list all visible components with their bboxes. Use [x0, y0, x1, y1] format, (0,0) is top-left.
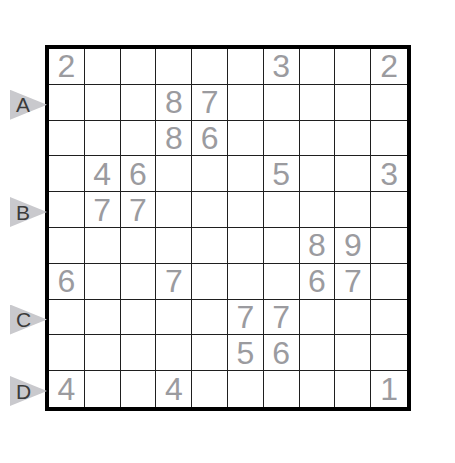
- row-marker-label: A: [16, 94, 30, 115]
- cell-r2c10[interactable]: [371, 85, 407, 121]
- clue-number: 8: [308, 229, 326, 261]
- cell-r6c2[interactable]: [85, 228, 121, 264]
- clue-number: 6: [308, 265, 326, 297]
- cell-r8c1[interactable]: [49, 300, 85, 336]
- cell-r5c4[interactable]: [156, 192, 192, 228]
- clue-number: 1: [380, 373, 398, 405]
- cell-r9c3[interactable]: [121, 335, 157, 371]
- clue-number: 7: [344, 265, 362, 297]
- cell-r1c10[interactable]: 2: [371, 49, 407, 85]
- cell-r1c1[interactable]: 2: [49, 49, 85, 85]
- cell-r7c4[interactable]: 7: [156, 264, 192, 300]
- puzzle-page: 23287864653778967677756441 ABCD: [0, 0, 455, 463]
- cell-r3c6[interactable]: [228, 121, 264, 157]
- cell-r5c7[interactable]: [264, 192, 300, 228]
- clue-number: 7: [201, 86, 219, 118]
- cell-r1c3[interactable]: [121, 49, 157, 85]
- cell-r2c5[interactable]: 7: [192, 85, 228, 121]
- cell-r9c4[interactable]: [156, 335, 192, 371]
- clue-number: 9: [344, 229, 362, 261]
- cell-r10c1[interactable]: 4: [49, 371, 85, 407]
- cell-r10c10[interactable]: 1: [371, 371, 407, 407]
- cell-r3c8[interactable]: [300, 121, 336, 157]
- clue-number: 7: [93, 194, 111, 226]
- cell-r6c4[interactable]: [156, 228, 192, 264]
- cell-r10c8[interactable]: [300, 371, 336, 407]
- cell-r7c3[interactable]: [121, 264, 157, 300]
- cell-r9c7[interactable]: 6: [264, 335, 300, 371]
- cell-r8c3[interactable]: [121, 300, 157, 336]
- cell-r10c3[interactable]: [121, 371, 157, 407]
- clue-number: 6: [201, 122, 219, 154]
- clue-number: 3: [380, 158, 398, 190]
- cell-r8c9[interactable]: [335, 300, 371, 336]
- cell-r6c10[interactable]: [371, 228, 407, 264]
- cell-r9c1[interactable]: [49, 335, 85, 371]
- clue-number: 2: [380, 50, 398, 82]
- cell-r3c9[interactable]: [335, 121, 371, 157]
- cell-r5c6[interactable]: [228, 192, 264, 228]
- cell-r2c9[interactable]: [335, 85, 371, 121]
- clue-number: 3: [272, 50, 290, 82]
- clue-number: 7: [272, 301, 290, 333]
- cell-r1c4[interactable]: [156, 49, 192, 85]
- cell-r9c5[interactable]: [192, 335, 228, 371]
- cell-r6c5[interactable]: [192, 228, 228, 264]
- cell-r6c1[interactable]: [49, 228, 85, 264]
- clue-number: 8: [165, 122, 183, 154]
- cell-r10c2[interactable]: [85, 371, 121, 407]
- row-marker-label: B: [16, 202, 30, 223]
- cell-r1c7[interactable]: 3: [264, 49, 300, 85]
- cell-r8c10[interactable]: [371, 300, 407, 336]
- cell-r1c9[interactable]: [335, 49, 371, 85]
- cell-r1c6[interactable]: [228, 49, 264, 85]
- cell-r4c1[interactable]: [49, 156, 85, 192]
- cell-r7c10[interactable]: [371, 264, 407, 300]
- clue-number: 7: [129, 194, 147, 226]
- cell-r4c7[interactable]: 5: [264, 156, 300, 192]
- cell-r3c7[interactable]: [264, 121, 300, 157]
- cell-r10c6[interactable]: [228, 371, 264, 407]
- cell-r7c7[interactable]: [264, 264, 300, 300]
- clue-number: 8: [165, 86, 183, 118]
- cell-r4c10[interactable]: 3: [371, 156, 407, 192]
- row-marker-C-triangle-icon: C: [10, 305, 47, 335]
- cell-r6c6[interactable]: [228, 228, 264, 264]
- clue-number: 4: [93, 158, 111, 190]
- cell-r7c5[interactable]: [192, 264, 228, 300]
- cell-r2c4[interactable]: 8: [156, 85, 192, 121]
- cell-r1c5[interactable]: [192, 49, 228, 85]
- cell-r7c8[interactable]: 6: [300, 264, 336, 300]
- row-marker-D-triangle-icon: D: [10, 376, 47, 406]
- cell-r7c6[interactable]: [228, 264, 264, 300]
- row-marker-label: D: [16, 381, 31, 402]
- cell-r8c7[interactable]: 7: [264, 300, 300, 336]
- cell-r8c6[interactable]: 7: [228, 300, 264, 336]
- row-marker-B-triangle-icon: B: [10, 197, 47, 227]
- clue-number: 2: [58, 50, 76, 82]
- cell-r2c6[interactable]: [228, 85, 264, 121]
- cell-r5c2[interactable]: 7: [85, 192, 121, 228]
- cell-r7c2[interactable]: [85, 264, 121, 300]
- puzzle-board: 23287864653778967677756441: [45, 45, 411, 411]
- cell-r3c1[interactable]: [49, 121, 85, 157]
- cell-r6c9[interactable]: 9: [335, 228, 371, 264]
- clue-number: 5: [272, 158, 290, 190]
- cell-r2c8[interactable]: [300, 85, 336, 121]
- clue-number: 7: [165, 265, 183, 297]
- cell-r4c9[interactable]: [335, 156, 371, 192]
- row-marker-label: C: [16, 309, 31, 330]
- cell-r9c9[interactable]: [335, 335, 371, 371]
- cell-r8c2[interactable]: [85, 300, 121, 336]
- cell-r1c8[interactable]: [300, 49, 336, 85]
- clue-number: 6: [129, 158, 147, 190]
- cell-r2c7[interactable]: [264, 85, 300, 121]
- cell-r5c5[interactable]: [192, 192, 228, 228]
- cell-r5c10[interactable]: [371, 192, 407, 228]
- cell-r3c10[interactable]: [371, 121, 407, 157]
- cell-r7c9[interactable]: 7: [335, 264, 371, 300]
- cell-r3c5[interactable]: 6: [192, 121, 228, 157]
- clue-number: 4: [58, 373, 76, 405]
- cell-r6c3[interactable]: [121, 228, 157, 264]
- cell-r8c5[interactable]: [192, 300, 228, 336]
- cell-r9c2[interactable]: [85, 335, 121, 371]
- clue-number: 4: [165, 373, 183, 405]
- cell-r3c2[interactable]: [85, 121, 121, 157]
- clue-number: 6: [58, 265, 76, 297]
- cell-r3c4[interactable]: 8: [156, 121, 192, 157]
- cell-r5c9[interactable]: [335, 192, 371, 228]
- cell-r4c8[interactable]: [300, 156, 336, 192]
- clue-number: 5: [236, 337, 254, 369]
- cell-r2c1[interactable]: [49, 85, 85, 121]
- cell-r6c7[interactable]: [264, 228, 300, 264]
- cell-r6c8[interactable]: 8: [300, 228, 336, 264]
- clue-number: 6: [272, 337, 290, 369]
- cell-r4c5[interactable]: [192, 156, 228, 192]
- cell-r5c8[interactable]: [300, 192, 336, 228]
- row-marker-A-triangle-icon: A: [10, 90, 47, 120]
- cell-r3c3[interactable]: [121, 121, 157, 157]
- cell-r9c10[interactable]: [371, 335, 407, 371]
- cell-r10c5[interactable]: [192, 371, 228, 407]
- cell-r4c2[interactable]: 4: [85, 156, 121, 192]
- cell-r5c1[interactable]: [49, 192, 85, 228]
- cell-r1c2[interactable]: [85, 49, 121, 85]
- cell-r8c8[interactable]: [300, 300, 336, 336]
- cell-r5c3[interactable]: 7: [121, 192, 157, 228]
- cell-r4c6[interactable]: [228, 156, 264, 192]
- cell-r10c7[interactable]: [264, 371, 300, 407]
- cell-r4c3[interactable]: 6: [121, 156, 157, 192]
- cell-r10c9[interactable]: [335, 371, 371, 407]
- cell-r9c8[interactable]: [300, 335, 336, 371]
- cell-r8c4[interactable]: [156, 300, 192, 336]
- cell-r9c6[interactable]: 5: [228, 335, 264, 371]
- cell-r4c4[interactable]: [156, 156, 192, 192]
- cell-r2c2[interactable]: [85, 85, 121, 121]
- cell-r2c3[interactable]: [121, 85, 157, 121]
- cell-r7c1[interactable]: 6: [49, 264, 85, 300]
- cell-r10c4[interactable]: 4: [156, 371, 192, 407]
- clue-number: 7: [236, 301, 254, 333]
